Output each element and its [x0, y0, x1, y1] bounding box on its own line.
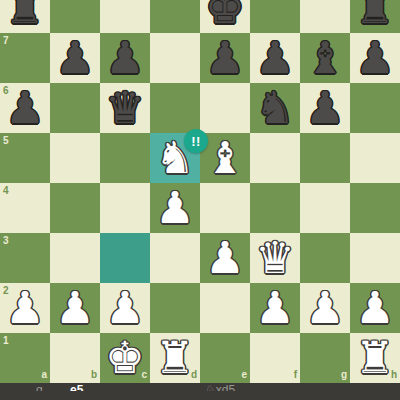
square-a2[interactable]: 2♟	[0, 283, 50, 333]
square-b7[interactable]: ♟	[50, 33, 100, 83]
square-b8[interactable]	[50, 0, 100, 33]
piece-white-pawn-c2[interactable]: ♟	[100, 283, 150, 333]
file-label-h: h	[391, 370, 397, 380]
piece-white-pawn-h2[interactable]: ♟	[350, 283, 400, 333]
square-a5[interactable]: 5	[0, 133, 50, 183]
rank-label-2: 2	[3, 286, 9, 296]
rank-label-6: 6	[3, 86, 9, 96]
chess-board: ♜♚♜7♟♟♟♟♝♟6♟♛♞♟5♞♝4♟3♟♛2♟♟♟♟♟♟1abc♚d♜efg…	[0, 0, 400, 383]
square-h3[interactable]	[350, 233, 400, 283]
piece-black-pawn-b7[interactable]: ♟	[50, 33, 100, 83]
piece-black-pawn-f7[interactable]: ♟	[250, 33, 300, 83]
square-g2[interactable]: ♟	[300, 283, 350, 333]
move-bar: g. e5 ♘xd5	[0, 383, 400, 400]
square-e2[interactable]	[200, 283, 250, 333]
piece-black-knight-f6[interactable]: ♞	[250, 83, 300, 133]
square-c8[interactable]	[100, 0, 150, 33]
square-f7[interactable]: ♟	[250, 33, 300, 83]
piece-black-king-e8[interactable]: ♚	[200, 0, 250, 33]
square-f2[interactable]: ♟	[250, 283, 300, 333]
square-g6[interactable]: ♟	[300, 83, 350, 133]
square-a7[interactable]: 7	[0, 33, 50, 83]
piece-white-pawn-d4[interactable]: ♟	[150, 183, 200, 233]
file-label-a: a	[41, 370, 47, 380]
square-f6[interactable]: ♞	[250, 83, 300, 133]
square-e8[interactable]: ♚	[200, 0, 250, 33]
piece-white-queen-f3[interactable]: ♛	[250, 233, 300, 283]
piece-black-pawn-e7[interactable]: ♟	[200, 33, 250, 83]
square-b5[interactable]	[50, 133, 100, 183]
brilliant-symbol: !!	[191, 134, 201, 149]
square-f8[interactable]	[250, 0, 300, 33]
square-a3[interactable]: 3	[0, 233, 50, 283]
piece-white-pawn-g2[interactable]: ♟	[300, 283, 350, 333]
square-c7[interactable]: ♟	[100, 33, 150, 83]
square-h4[interactable]	[350, 183, 400, 233]
file-label-e: e	[241, 370, 247, 380]
piece-white-pawn-f2[interactable]: ♟	[250, 283, 300, 333]
square-e7[interactable]: ♟	[200, 33, 250, 83]
piece-black-pawn-g6[interactable]: ♟	[300, 83, 350, 133]
square-e3[interactable]: ♟	[200, 233, 250, 283]
square-d1[interactable]: d♜	[150, 333, 200, 383]
square-b6[interactable]	[50, 83, 100, 133]
piece-white-pawn-e3[interactable]: ♟	[200, 233, 250, 283]
square-e1[interactable]: e	[200, 333, 250, 383]
square-g8[interactable]	[300, 0, 350, 33]
rank-label-3: 3	[3, 236, 9, 246]
rank-label-1: 1	[3, 336, 9, 346]
square-d4[interactable]: ♟	[150, 183, 200, 233]
square-h6[interactable]	[350, 83, 400, 133]
piece-black-rook-h8[interactable]: ♜	[350, 0, 400, 33]
piece-black-queen-c6[interactable]: ♛	[100, 83, 150, 133]
file-label-d: d	[191, 370, 197, 380]
square-d6[interactable]	[150, 83, 200, 133]
square-c4[interactable]	[100, 183, 150, 233]
square-f5[interactable]	[250, 133, 300, 183]
move-bar-clip: g. e5 ♘xd5	[0, 383, 400, 391]
file-label-g: g	[341, 370, 347, 380]
square-c3[interactable]	[100, 233, 150, 283]
square-b3[interactable]	[50, 233, 100, 283]
square-g7[interactable]: ♝	[300, 33, 350, 83]
rank-label-7: 7	[3, 36, 9, 46]
square-b4[interactable]	[50, 183, 100, 233]
square-c6[interactable]: ♛	[100, 83, 150, 133]
piece-black-pawn-c7[interactable]: ♟	[100, 33, 150, 83]
square-a8[interactable]: ♜	[0, 0, 50, 33]
square-g5[interactable]	[300, 133, 350, 183]
square-h5[interactable]	[350, 133, 400, 183]
piece-white-pawn-b2[interactable]: ♟	[50, 283, 100, 333]
file-label-f: f	[294, 370, 297, 380]
square-a1[interactable]: 1a	[0, 333, 50, 383]
square-h2[interactable]: ♟	[350, 283, 400, 333]
move-text-next[interactable]: ♘xd5	[205, 384, 235, 391]
square-g1[interactable]: g	[300, 333, 350, 383]
square-b2[interactable]: ♟	[50, 283, 100, 333]
square-h7[interactable]: ♟	[350, 33, 400, 83]
square-e6[interactable]	[200, 83, 250, 133]
piece-black-pawn-h7[interactable]: ♟	[350, 33, 400, 83]
square-d2[interactable]	[150, 283, 200, 333]
square-d8[interactable]	[150, 0, 200, 33]
square-f1[interactable]: f	[250, 333, 300, 383]
square-f4[interactable]	[250, 183, 300, 233]
file-label-b: b	[91, 370, 97, 380]
square-a4[interactable]: 4	[0, 183, 50, 233]
square-g4[interactable]	[300, 183, 350, 233]
square-h8[interactable]: ♜	[350, 0, 400, 33]
chess-app-screen: ♜♚♜7♟♟♟♟♝♟6♟♛♞♟5♞♝4♟3♟♛2♟♟♟♟♟♟1abc♚d♜efg…	[0, 0, 400, 400]
file-label-c: c	[141, 370, 147, 380]
piece-black-rook-a8[interactable]: ♜	[0, 0, 50, 33]
square-c5[interactable]	[100, 133, 150, 183]
square-g3[interactable]	[300, 233, 350, 283]
square-e4[interactable]	[200, 183, 250, 233]
move-text-current[interactable]: e5	[70, 384, 83, 391]
square-h1[interactable]: h♜	[350, 333, 400, 383]
square-a6[interactable]: 6♟	[0, 83, 50, 133]
move-text-prev[interactable]: g.	[36, 384, 46, 391]
rank-label-5: 5	[3, 136, 9, 146]
piece-black-bishop-g7[interactable]: ♝	[300, 33, 350, 83]
square-f3[interactable]: ♛	[250, 233, 300, 283]
square-d3[interactable]	[150, 233, 200, 283]
rank-label-4: 4	[3, 186, 9, 196]
square-b1[interactable]: b	[50, 333, 100, 383]
square-d7[interactable]	[150, 33, 200, 83]
square-c1[interactable]: c♚	[100, 333, 150, 383]
square-c2[interactable]: ♟	[100, 283, 150, 333]
brilliant-move-badge: !!	[184, 129, 208, 153]
